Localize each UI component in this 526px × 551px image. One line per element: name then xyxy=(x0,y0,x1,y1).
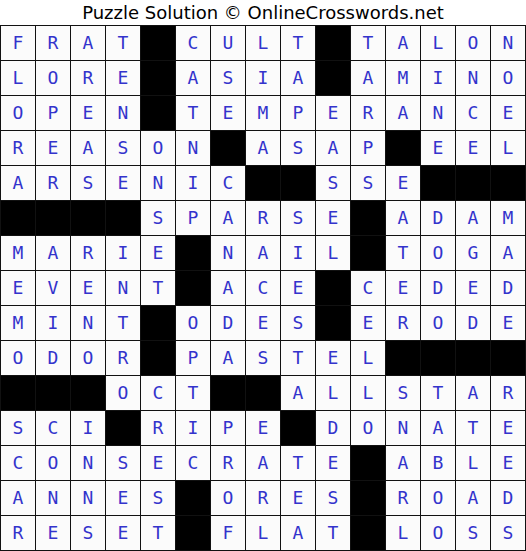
letter-cell-r7c2: A xyxy=(36,236,70,270)
letter-cell-r7c4: I xyxy=(106,236,140,270)
letter-cell-r13c3: N xyxy=(71,446,105,480)
letter-cell-r2c14: N xyxy=(456,61,490,95)
cell-letter: C xyxy=(188,446,199,480)
cell-letter: S xyxy=(363,166,374,200)
letter-cell-r7c9: I xyxy=(281,236,315,270)
cell-letter: O xyxy=(13,96,24,130)
letter-cell-r4c3: A xyxy=(71,131,105,165)
letter-cell-r14c15: D xyxy=(491,481,525,515)
letter-cell-r13c2: O xyxy=(36,446,70,480)
letter-cell-r1c13: L xyxy=(421,26,455,60)
black-square-r12c4 xyxy=(106,411,140,445)
cell-letter: O xyxy=(153,131,164,165)
letter-cell-r15c15: S xyxy=(491,516,525,550)
cell-letter: A xyxy=(48,236,59,270)
cell-letter: P xyxy=(223,411,234,445)
cell-letter: E xyxy=(118,61,129,95)
letter-cell-r10c11: L xyxy=(351,341,385,375)
cell-letter: S xyxy=(328,166,339,200)
letter-cell-r15c2: E xyxy=(36,516,70,550)
cell-letter: R xyxy=(398,481,409,515)
letter-cell-r6c13: D xyxy=(421,201,455,235)
cell-letter: I xyxy=(258,61,269,95)
cell-letter: P xyxy=(48,96,59,130)
letter-cell-r4c10: A xyxy=(316,131,350,165)
letter-cell-r12c8: E xyxy=(246,411,280,445)
letter-cell-r3c3: E xyxy=(71,96,105,130)
cell-letter: E xyxy=(328,201,339,235)
letter-cell-r11c5: C xyxy=(141,376,175,410)
cell-letter: E xyxy=(503,411,514,445)
cell-letter: E xyxy=(118,481,129,515)
letter-cell-r12c2: C xyxy=(36,411,70,445)
letter-cell-r6c8: R xyxy=(246,201,280,235)
cell-letter: S xyxy=(293,131,304,165)
black-square-r13c11 xyxy=(351,446,385,480)
cell-letter: D xyxy=(503,481,514,515)
letter-cell-r7c5: E xyxy=(141,236,175,270)
letter-cell-r9c3: N xyxy=(71,306,105,340)
cell-letter: T xyxy=(293,26,304,60)
cell-letter: O xyxy=(223,481,234,515)
letter-cell-r4c6: N xyxy=(176,131,210,165)
cell-letter: E xyxy=(153,446,164,480)
cell-letter: I xyxy=(293,236,304,270)
letter-cell-r12c5: R xyxy=(141,411,175,445)
black-square-r12c9 xyxy=(281,411,315,445)
letter-cell-r13c5: E xyxy=(141,446,175,480)
cell-letter: R xyxy=(83,236,94,270)
cell-letter: C xyxy=(223,166,234,200)
cell-letter: S xyxy=(328,481,339,515)
letter-cell-r15c1: R xyxy=(1,516,35,550)
letter-cell-r5c7: C xyxy=(211,166,245,200)
letter-cell-r4c9: S xyxy=(281,131,315,165)
letter-cell-r1c3: A xyxy=(71,26,105,60)
cell-letter: O xyxy=(83,341,94,375)
cell-letter: C xyxy=(13,446,24,480)
cell-letter: N xyxy=(188,131,199,165)
letter-cell-r3c11: R xyxy=(351,96,385,130)
cell-letter: S xyxy=(118,131,129,165)
letter-cell-r4c8: A xyxy=(246,131,280,165)
letter-cell-r5c10: S xyxy=(316,166,350,200)
letter-cell-r9c11: E xyxy=(351,306,385,340)
letter-cell-r12c15: E xyxy=(491,411,525,445)
cell-letter: A xyxy=(293,61,304,95)
cell-letter: A xyxy=(398,201,409,235)
cell-letter: S xyxy=(468,516,479,550)
letter-cell-r3c14: C xyxy=(456,96,490,130)
cell-letter: S xyxy=(83,166,94,200)
letter-cell-r1c1: F xyxy=(1,26,35,60)
cell-letter: S xyxy=(258,341,269,375)
letter-cell-r14c10: S xyxy=(316,481,350,515)
letter-cell-r5c5: N xyxy=(141,166,175,200)
cell-letter: L xyxy=(468,446,479,480)
cell-letter: A xyxy=(328,131,339,165)
letter-cell-r14c9: E xyxy=(281,481,315,515)
letter-cell-r1c6: C xyxy=(176,26,210,60)
black-square-r14c11 xyxy=(351,481,385,515)
letter-cell-r7c12: T xyxy=(386,236,420,270)
letter-cell-r12c12: N xyxy=(386,411,420,445)
letter-cell-r12c6: I xyxy=(176,411,210,445)
cell-letter: A xyxy=(223,201,234,235)
letter-cell-r13c4: S xyxy=(106,446,140,480)
letter-cell-r2c4: E xyxy=(106,61,140,95)
letter-cell-r13c12: A xyxy=(386,446,420,480)
black-square-r11c7 xyxy=(211,376,245,410)
cell-letter: E xyxy=(293,271,304,305)
cell-letter: A xyxy=(223,271,234,305)
cell-letter: A xyxy=(398,446,409,480)
letter-cell-r13c1: C xyxy=(1,446,35,480)
letter-cell-r6c10: E xyxy=(316,201,350,235)
cell-letter: E xyxy=(48,131,59,165)
letter-cell-r15c10: T xyxy=(316,516,350,550)
cell-letter: M xyxy=(13,236,24,270)
black-square-r5c14 xyxy=(456,166,490,200)
cell-letter: D xyxy=(223,306,234,340)
letter-cell-r2c9: A xyxy=(281,61,315,95)
letter-cell-r8c5: T xyxy=(141,271,175,305)
cell-letter: A xyxy=(258,131,269,165)
cell-letter: D xyxy=(433,201,444,235)
cell-letter: N xyxy=(223,236,234,270)
letter-cell-r8c15: D xyxy=(491,271,525,305)
cell-letter: A xyxy=(363,61,374,95)
letter-cell-r3c12: A xyxy=(386,96,420,130)
black-square-r10c15 xyxy=(491,341,525,375)
black-square-r7c11 xyxy=(351,236,385,270)
cell-letter: S xyxy=(223,61,234,95)
cell-letter: E xyxy=(153,236,164,270)
black-square-r5c8 xyxy=(246,166,280,200)
cell-letter: L xyxy=(398,516,409,550)
letter-cell-r6c7: A xyxy=(211,201,245,235)
letter-cell-r9c15: E xyxy=(491,306,525,340)
cell-letter: R xyxy=(13,516,24,550)
letter-cell-r12c1: S xyxy=(1,411,35,445)
cell-letter: P xyxy=(363,131,374,165)
letter-cell-r3c1: O xyxy=(1,96,35,130)
cell-letter: E xyxy=(293,481,304,515)
cell-letter: E xyxy=(328,96,339,130)
cell-letter: E xyxy=(83,271,94,305)
cell-letter: T xyxy=(398,236,409,270)
letter-cell-r10c8: S xyxy=(246,341,280,375)
letter-cell-r7c1: M xyxy=(1,236,35,270)
letter-cell-r12c3: I xyxy=(71,411,105,445)
cell-letter: O xyxy=(13,341,24,375)
cell-letter: A xyxy=(83,26,94,60)
cell-letter: R xyxy=(13,131,24,165)
letter-cell-r6c12: A xyxy=(386,201,420,235)
cell-letter: N xyxy=(83,446,94,480)
letter-cell-r11c13: T xyxy=(421,376,455,410)
cell-letter: S xyxy=(118,446,129,480)
cell-letter: O xyxy=(48,61,59,95)
letter-cell-r3c2: P xyxy=(36,96,70,130)
letter-cell-r7c10: L xyxy=(316,236,350,270)
letter-cell-r2c12: M xyxy=(386,61,420,95)
letter-cell-r11c14: A xyxy=(456,376,490,410)
letter-cell-r5c3: S xyxy=(71,166,105,200)
cell-letter: O xyxy=(188,306,199,340)
cell-letter: S xyxy=(13,411,24,445)
letter-cell-r12c13: A xyxy=(421,411,455,445)
cell-letter: E xyxy=(223,96,234,130)
letter-cell-r14c7: O xyxy=(211,481,245,515)
black-square-r9c5 xyxy=(141,306,175,340)
letter-cell-r8c11: C xyxy=(351,271,385,305)
cell-letter: T xyxy=(188,96,199,130)
cell-letter: O xyxy=(433,236,444,270)
letter-cell-r14c5: S xyxy=(141,481,175,515)
cell-letter: I xyxy=(118,236,129,270)
cell-letter: A xyxy=(398,26,409,60)
black-square-r14c6 xyxy=(176,481,210,515)
black-square-r10c5 xyxy=(141,341,175,375)
letter-cell-r2c1: L xyxy=(1,61,35,95)
letter-cell-r10c7: A xyxy=(211,341,245,375)
letter-cell-r6c9: S xyxy=(281,201,315,235)
cell-letter: I xyxy=(188,411,199,445)
cell-letter: R xyxy=(118,341,129,375)
letter-cell-r2c2: O xyxy=(36,61,70,95)
letter-cell-r15c9: A xyxy=(281,516,315,550)
letter-cell-r7c7: N xyxy=(211,236,245,270)
black-square-r10c13 xyxy=(421,341,455,375)
black-square-r9c10 xyxy=(316,306,350,340)
black-square-r1c5 xyxy=(141,26,175,60)
letter-cell-r9c2: I xyxy=(36,306,70,340)
letter-cell-r10c9: T xyxy=(281,341,315,375)
cell-letter: I xyxy=(83,411,94,445)
letter-cell-r15c4: E xyxy=(106,516,140,550)
letter-cell-r9c4: T xyxy=(106,306,140,340)
letter-cell-r6c14: A xyxy=(456,201,490,235)
letter-cell-r9c8: E xyxy=(246,306,280,340)
cell-letter: A xyxy=(258,236,269,270)
black-square-r10c12 xyxy=(386,341,420,375)
letter-cell-r14c2: N xyxy=(36,481,70,515)
cell-letter: E xyxy=(328,341,339,375)
letter-cell-r6c5: S xyxy=(141,201,175,235)
letter-cell-r12c7: P xyxy=(211,411,245,445)
cell-letter: E xyxy=(48,516,59,550)
cell-letter: T xyxy=(188,376,199,410)
letter-cell-r14c4: E xyxy=(106,481,140,515)
letter-cell-r13c9: T xyxy=(281,446,315,480)
black-square-r11c1 xyxy=(1,376,35,410)
cell-letter: E xyxy=(328,446,339,480)
cell-letter: D xyxy=(48,341,59,375)
black-square-r6c1 xyxy=(1,201,35,235)
cell-letter: L xyxy=(433,26,444,60)
cell-letter: C xyxy=(363,271,374,305)
letter-cell-r13c10: E xyxy=(316,446,350,480)
letter-cell-r3c13: N xyxy=(421,96,455,130)
cell-letter: E xyxy=(503,446,514,480)
cell-letter: C xyxy=(48,411,59,445)
cell-letter: R xyxy=(363,96,374,130)
letter-cell-r4c13: E xyxy=(421,131,455,165)
black-square-r8c6 xyxy=(176,271,210,305)
letter-cell-r8c9: E xyxy=(281,271,315,305)
cell-letter: D xyxy=(328,411,339,445)
cell-letter: I xyxy=(48,306,59,340)
cell-letter: E xyxy=(468,131,479,165)
cell-letter: E xyxy=(503,306,514,340)
letter-cell-r3c15: E xyxy=(491,96,525,130)
cell-letter: R xyxy=(223,446,234,480)
letter-cell-r8c8: C xyxy=(246,271,280,305)
letter-cell-r5c2: R xyxy=(36,166,70,200)
cell-letter: L xyxy=(258,516,269,550)
black-square-r5c13 xyxy=(421,166,455,200)
cell-letter: A xyxy=(398,96,409,130)
letter-cell-r5c11: S xyxy=(351,166,385,200)
letter-cell-r8c7: A xyxy=(211,271,245,305)
cell-letter: T xyxy=(433,376,444,410)
letter-cell-r10c6: P xyxy=(176,341,210,375)
cell-letter: C xyxy=(468,96,479,130)
black-square-r11c3 xyxy=(71,376,105,410)
cell-letter: A xyxy=(83,131,94,165)
letter-cell-r5c1: A xyxy=(1,166,35,200)
cell-letter: O xyxy=(118,376,129,410)
cell-letter: O xyxy=(433,516,444,550)
black-square-r2c5 xyxy=(141,61,175,95)
cell-letter: T xyxy=(118,26,129,60)
letter-cell-r14c8: R xyxy=(246,481,280,515)
crossword-grid: FRATCULTTALONLOREASIAAMINOOPENTEMPERANCE… xyxy=(0,25,526,551)
cell-letter: E xyxy=(433,131,444,165)
letter-cell-r4c1: R xyxy=(1,131,35,165)
letter-cell-r8c12: E xyxy=(386,271,420,305)
cell-letter: M xyxy=(398,61,409,95)
cell-letter: O xyxy=(433,306,444,340)
cell-letter: D xyxy=(503,271,514,305)
cell-letter: T xyxy=(153,271,164,305)
cell-letter: N xyxy=(503,26,514,60)
puzzle-solution-page: Puzzle Solution © OnlineCrosswords.net F… xyxy=(0,0,526,551)
cell-letter: S xyxy=(293,201,304,235)
black-square-r4c12 xyxy=(386,131,420,165)
letter-cell-r8c13: D xyxy=(421,271,455,305)
cell-letter: T xyxy=(118,306,129,340)
cell-letter: M xyxy=(503,201,514,235)
letter-cell-r10c10: E xyxy=(316,341,350,375)
letter-cell-r7c3: R xyxy=(71,236,105,270)
cell-letter: T xyxy=(293,446,304,480)
letter-cell-r7c14: G xyxy=(456,236,490,270)
black-square-r3c5 xyxy=(141,96,175,130)
cell-letter: E xyxy=(13,271,24,305)
cell-letter: N xyxy=(118,271,129,305)
black-square-r5c15 xyxy=(491,166,525,200)
letter-cell-r13c15: E xyxy=(491,446,525,480)
letter-cell-r8c2: V xyxy=(36,271,70,305)
letter-cell-r7c15: A xyxy=(491,236,525,270)
letter-cell-r9c7: D xyxy=(211,306,245,340)
letter-cell-r1c8: L xyxy=(246,26,280,60)
cell-letter: E xyxy=(503,96,514,130)
cell-letter: A xyxy=(293,516,304,550)
cell-letter: L xyxy=(328,376,339,410)
black-square-r2c10 xyxy=(316,61,350,95)
cell-letter: O xyxy=(503,61,514,95)
cell-letter: R xyxy=(48,166,59,200)
letter-cell-r12c11: O xyxy=(351,411,385,445)
cell-letter: A xyxy=(468,201,479,235)
letter-cell-r11c4: O xyxy=(106,376,140,410)
cell-letter: L xyxy=(363,341,374,375)
cell-letter: F xyxy=(223,516,234,550)
letter-cell-r15c8: L xyxy=(246,516,280,550)
cell-letter: U xyxy=(223,26,234,60)
letter-cell-r3c4: N xyxy=(106,96,140,130)
letter-cell-r10c1: O xyxy=(1,341,35,375)
letter-cell-r9c9: S xyxy=(281,306,315,340)
cell-letter: T xyxy=(293,341,304,375)
page-title: Puzzle Solution © OnlineCrosswords.net xyxy=(0,0,526,25)
letter-cell-r6c15: M xyxy=(491,201,525,235)
cell-letter: I xyxy=(433,61,444,95)
letter-cell-r15c14: S xyxy=(456,516,490,550)
cell-letter: E xyxy=(118,166,129,200)
letter-cell-r2c8: I xyxy=(246,61,280,95)
letter-cell-r1c12: A xyxy=(386,26,420,60)
letter-cell-r4c14: E xyxy=(456,131,490,165)
letter-cell-r2c7: S xyxy=(211,61,245,95)
cell-letter: A xyxy=(468,481,479,515)
cell-letter: R xyxy=(83,61,94,95)
letter-cell-r4c11: P xyxy=(351,131,385,165)
letter-cell-r8c3: E xyxy=(71,271,105,305)
letter-cell-r5c12: E xyxy=(386,166,420,200)
letter-cell-r8c1: E xyxy=(1,271,35,305)
cell-letter: A xyxy=(188,61,199,95)
cell-letter: L xyxy=(13,61,24,95)
letter-cell-r1c11: T xyxy=(351,26,385,60)
letter-cell-r1c9: T xyxy=(281,26,315,60)
letter-cell-r3c9: P xyxy=(281,96,315,130)
cell-letter: S xyxy=(153,201,164,235)
letter-cell-r15c5: T xyxy=(141,516,175,550)
cell-letter: R xyxy=(258,481,269,515)
letter-cell-r2c6: A xyxy=(176,61,210,95)
cell-letter: N xyxy=(83,306,94,340)
cell-letter: S xyxy=(398,376,409,410)
letter-cell-r11c11: L xyxy=(351,376,385,410)
cell-letter: O xyxy=(468,26,479,60)
letter-cell-r14c3: N xyxy=(71,481,105,515)
cell-letter: O xyxy=(48,446,59,480)
letter-cell-r15c13: O xyxy=(421,516,455,550)
letter-cell-r4c15: L xyxy=(491,131,525,165)
cell-letter: A xyxy=(223,341,234,375)
letter-cell-r11c9: A xyxy=(281,376,315,410)
cell-letter: C xyxy=(153,376,164,410)
black-square-r8c10 xyxy=(316,271,350,305)
letter-cell-r6c6: P xyxy=(176,201,210,235)
cell-letter: A xyxy=(433,411,444,445)
letter-cell-r15c12: L xyxy=(386,516,420,550)
letter-cell-r1c4: T xyxy=(106,26,140,60)
